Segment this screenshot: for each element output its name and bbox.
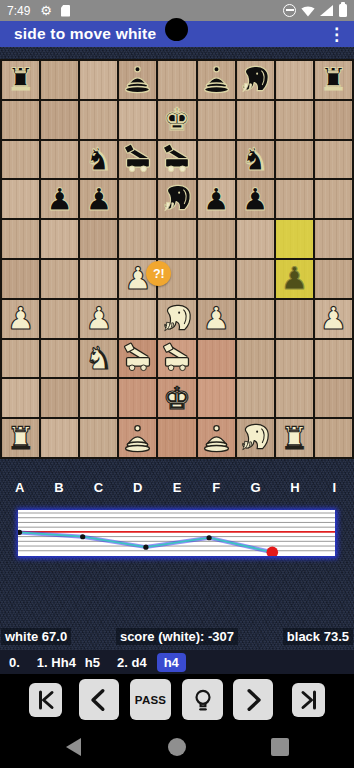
black-time: black 73.5 — [283, 628, 353, 645]
white-cannon — [119, 340, 156, 378]
white-pawn: ♟ — [198, 300, 235, 338]
square-e3[interactable] — [158, 300, 195, 338]
square-e6[interactable] — [158, 180, 195, 218]
file-label-d: D — [118, 480, 157, 495]
file-label-f: F — [197, 480, 236, 495]
black-pawn: ♟ — [41, 180, 78, 218]
square-a8[interactable] — [2, 101, 39, 139]
square-i3[interactable]: ♟ — [315, 300, 352, 338]
square-a3[interactable]: ♟ — [2, 300, 39, 338]
square-d6[interactable] — [119, 180, 156, 218]
do-not-disturb-icon — [283, 4, 296, 17]
square-f9[interactable] — [198, 61, 235, 99]
square-d8[interactable] — [119, 101, 156, 139]
next-button[interactable] — [233, 679, 273, 720]
square-h3[interactable] — [276, 300, 313, 338]
square-f1[interactable] — [198, 379, 235, 417]
file-label-g: G — [236, 480, 275, 495]
square-d1[interactable] — [119, 379, 156, 417]
square-g1[interactable] — [237, 379, 274, 417]
square-g6[interactable]: ♟ — [237, 180, 274, 218]
file-label-c: C — [79, 480, 118, 495]
black-advisor — [119, 61, 156, 99]
black-cannon — [158, 141, 195, 179]
app-screen: 7:49 ⚙ side to move white ⋮ ♜♜♚♞♞♟♟♟♟♟♟♟… — [0, 0, 354, 768]
square-b9[interactable] — [41, 61, 78, 99]
pass-button[interactable]: PASS — [130, 679, 171, 720]
square-e1[interactable]: ♚ — [158, 379, 195, 417]
move-item-selected[interactable]: h4 — [157, 653, 186, 672]
black-cannon — [119, 141, 156, 179]
square-c0[interactable] — [80, 419, 117, 457]
square-b2[interactable] — [41, 340, 78, 378]
square-h6[interactable] — [276, 180, 313, 218]
bottom-bar: PASS — [0, 674, 354, 768]
white-rook: ♜ — [276, 419, 313, 457]
square-i1[interactable] — [315, 379, 352, 417]
camera-punch-hole — [165, 18, 188, 41]
white-time: white 67.0 — [1, 628, 71, 645]
white-knight: ♞ — [80, 340, 117, 378]
move-item[interactable]: 2. d4 — [117, 655, 147, 670]
square-g3[interactable] — [237, 300, 274, 338]
android-back-icon[interactable] — [66, 738, 81, 756]
square-c8[interactable] — [80, 101, 117, 139]
square-d7[interactable] — [119, 141, 156, 179]
page-title: side to move white — [14, 25, 156, 43]
white-pawn: ♟ — [2, 300, 39, 338]
square-f7[interactable] — [198, 141, 235, 179]
game-board[interactable]: ♜♜♚♞♞♟♟♟♟♟♟♟♟♟♟♞♚♜♜?! — [0, 59, 354, 459]
black-knight: ♞ — [80, 141, 117, 179]
file-label-b: B — [39, 480, 78, 495]
square-c9[interactable] — [80, 61, 117, 99]
square-i2[interactable] — [315, 340, 352, 378]
pass-label: PASS — [135, 694, 166, 706]
cell-signal-icon — [320, 5, 333, 16]
square-f6[interactable]: ♟ — [198, 180, 235, 218]
file-label-i: I — [315, 480, 354, 495]
square-b8[interactable] — [41, 101, 78, 139]
square-e5[interactable] — [158, 220, 195, 258]
square-b1[interactable] — [41, 379, 78, 417]
file-label-e: E — [157, 480, 196, 495]
square-f2[interactable] — [198, 340, 235, 378]
file-label-a: A — [0, 480, 39, 495]
square-d0[interactable] — [119, 419, 156, 457]
engine-score: score (white): -307 — [116, 628, 238, 645]
white-cannon — [158, 340, 195, 378]
black-advisor — [198, 61, 235, 99]
square-f3[interactable]: ♟ — [198, 300, 235, 338]
black-elephant — [237, 61, 274, 99]
square-a6[interactable] — [2, 180, 39, 218]
square-g4[interactable] — [237, 260, 274, 298]
square-a9[interactable]: ♜ — [2, 61, 39, 99]
square-f5[interactable] — [198, 220, 235, 258]
square-h8[interactable] — [276, 101, 313, 139]
square-a5[interactable] — [2, 220, 39, 258]
wifi-icon — [301, 5, 315, 17]
square-b0[interactable] — [41, 419, 78, 457]
prev-button[interactable] — [79, 679, 119, 720]
square-c1[interactable] — [80, 379, 117, 417]
square-h9[interactable] — [276, 61, 313, 99]
white-elephant — [158, 300, 195, 338]
sim-card-icon — [61, 5, 70, 17]
square-g0[interactable] — [237, 419, 274, 457]
white-advisor — [119, 419, 156, 457]
black-rook: ♜ — [2, 61, 39, 99]
square-c5[interactable] — [80, 220, 117, 258]
black-pawn: ♟ — [276, 260, 313, 298]
square-i6[interactable] — [315, 180, 352, 218]
square-d3[interactable] — [119, 300, 156, 338]
square-b5[interactable] — [41, 220, 78, 258]
square-i9[interactable]: ♜ — [315, 61, 352, 99]
hint-button[interactable] — [182, 679, 223, 720]
white-pawn: ♟ — [80, 300, 117, 338]
kebab-menu-icon[interactable]: ⋮ — [328, 21, 345, 47]
square-c7[interactable]: ♞ — [80, 141, 117, 179]
square-e7[interactable] — [158, 141, 195, 179]
black-pawn: ♟ — [80, 180, 117, 218]
square-h5[interactable] — [276, 220, 313, 258]
square-i8[interactable] — [315, 101, 352, 139]
square-a1[interactable] — [2, 379, 39, 417]
score-row: white 67.0 score (white): -307 black 73.… — [0, 626, 354, 646]
square-f8[interactable] — [198, 101, 235, 139]
square-d5[interactable] — [119, 220, 156, 258]
move-list: 0.1. Hh4h52. d4h4 — [0, 650, 354, 674]
square-h0[interactable]: ♜ — [276, 419, 313, 457]
square-i4[interactable] — [315, 260, 352, 298]
square-g8[interactable] — [237, 101, 274, 139]
white-elephant — [237, 419, 274, 457]
battery-icon — [339, 4, 347, 17]
move-item[interactable]: h5 — [85, 655, 100, 670]
square-i0[interactable] — [315, 419, 352, 457]
square-a2[interactable] — [2, 340, 39, 378]
white-king: ♚ — [158, 379, 195, 417]
square-c2[interactable]: ♞ — [80, 340, 117, 378]
square-e2[interactable] — [158, 340, 195, 378]
black-elephant — [158, 180, 195, 218]
square-d2[interactable] — [119, 340, 156, 378]
white-pawn: ♟ — [315, 300, 352, 338]
square-g5[interactable] — [237, 220, 274, 258]
file-label-h: H — [275, 480, 314, 495]
square-b3[interactable] — [41, 300, 78, 338]
square-h7[interactable] — [276, 141, 313, 179]
square-e0[interactable] — [158, 419, 195, 457]
move-item[interactable]: 1. Hh4 — [37, 655, 76, 670]
black-king: ♚ — [158, 101, 195, 139]
square-h2[interactable] — [276, 340, 313, 378]
black-rook: ♜ — [315, 61, 352, 99]
square-i5[interactable] — [315, 220, 352, 258]
status-bar-right-icons — [283, 0, 347, 21]
square-f4[interactable] — [198, 260, 235, 298]
square-g2[interactable] — [237, 340, 274, 378]
square-h1[interactable] — [276, 379, 313, 417]
square-a4[interactable] — [2, 260, 39, 298]
file-labels: ABCDEFGHI — [0, 480, 354, 495]
black-knight: ♞ — [237, 141, 274, 179]
square-f0[interactable] — [198, 419, 235, 457]
square-e8[interactable]: ♚ — [158, 101, 195, 139]
square-i7[interactable] — [315, 141, 352, 179]
black-pawn: ♟ — [198, 180, 235, 218]
last-button[interactable] — [292, 683, 325, 717]
square-h4[interactable]: ♟ — [276, 260, 313, 298]
square-c4[interactable] — [80, 260, 117, 298]
android-recents-icon[interactable] — [271, 738, 289, 756]
black-pawn: ♟ — [237, 180, 274, 218]
square-g9[interactable] — [237, 61, 274, 99]
square-c6[interactable]: ♟ — [80, 180, 117, 218]
square-a7[interactable] — [2, 141, 39, 179]
clock: 7:49 — [7, 4, 30, 18]
white-rook: ♜ — [2, 419, 39, 457]
white-advisor — [198, 419, 235, 457]
move-item[interactable]: 0. — [9, 655, 20, 670]
square-c3[interactable]: ♟ — [80, 300, 117, 338]
square-d9[interactable] — [119, 61, 156, 99]
android-home-icon[interactable] — [168, 738, 186, 756]
square-g7[interactable]: ♞ — [237, 141, 274, 179]
gear-icon: ⚙ — [40, 4, 52, 17]
square-b6[interactable]: ♟ — [41, 180, 78, 218]
square-a0[interactable]: ♜ — [2, 419, 39, 457]
first-button[interactable] — [29, 683, 62, 717]
square-e9[interactable] — [158, 61, 195, 99]
square-b7[interactable] — [41, 141, 78, 179]
square-b4[interactable] — [41, 260, 78, 298]
eval-graph — [18, 510, 335, 556]
